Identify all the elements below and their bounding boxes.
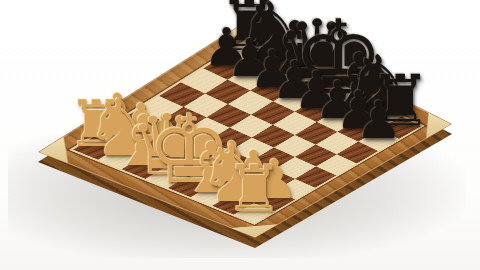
- chess-set-photo: ♜♞♝♛♚♝♞♜♟♟♟♟♟♟♟♟♟♟♟♟♟♟♟♟♜♞♝♛♚♝♞♜: [0, 0, 480, 270]
